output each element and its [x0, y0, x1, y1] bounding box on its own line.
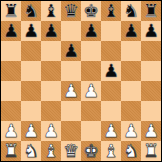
square-c4[interactable] [41, 81, 61, 101]
square-g1[interactable]: ♞ [121, 141, 141, 161]
square-e1[interactable]: ♚ [81, 141, 101, 161]
square-g7[interactable]: ♟ [121, 21, 141, 41]
square-d4[interactable]: ♟ [61, 81, 81, 101]
square-b6[interactable] [21, 41, 41, 61]
square-d7[interactable] [61, 21, 81, 41]
square-a4[interactable] [1, 81, 21, 101]
square-c7[interactable]: ♟ [41, 21, 61, 41]
square-h6[interactable] [141, 41, 161, 61]
black-pawn-piece: ♟ [123, 22, 139, 40]
white-rook-piece: ♜ [3, 142, 19, 160]
square-c8[interactable]: ♝ [41, 1, 61, 21]
square-d1[interactable]: ♛ [61, 141, 81, 161]
white-knight-piece: ♞ [123, 142, 139, 160]
square-b5[interactable] [21, 61, 41, 81]
square-f8[interactable]: ♝ [101, 1, 121, 21]
square-c5[interactable] [41, 61, 61, 81]
black-pawn-piece: ♟ [43, 22, 59, 40]
black-king-piece: ♚ [83, 2, 99, 20]
square-f5[interactable]: ♟ [101, 61, 121, 81]
square-d6[interactable]: ♟ [61, 41, 81, 61]
square-a6[interactable] [1, 41, 21, 61]
square-h7[interactable]: ♟ [141, 21, 161, 41]
square-b1[interactable]: ♞ [21, 141, 41, 161]
square-a7[interactable]: ♟ [1, 21, 21, 41]
black-pawn-piece: ♟ [63, 42, 79, 60]
black-bishop-piece: ♝ [103, 2, 119, 20]
black-queen-piece: ♛ [63, 2, 79, 20]
square-f1[interactable]: ♝ [101, 141, 121, 161]
square-e4[interactable]: ♟ [81, 81, 101, 101]
square-e8[interactable]: ♚ [81, 1, 101, 21]
square-a3[interactable] [1, 101, 21, 121]
black-bishop-piece: ♝ [43, 2, 59, 20]
white-pawn-piece: ♟ [3, 122, 19, 140]
square-a1[interactable]: ♜ [1, 141, 21, 161]
square-b7[interactable]: ♟ [21, 21, 41, 41]
square-a5[interactable] [1, 61, 21, 81]
square-d3[interactable] [61, 101, 81, 121]
square-c1[interactable]: ♝ [41, 141, 61, 161]
black-pawn-piece: ♟ [83, 22, 99, 40]
square-f6[interactable] [101, 41, 121, 61]
white-queen-piece: ♛ [63, 142, 79, 160]
white-pawn-piece: ♟ [143, 122, 159, 140]
black-pawn-piece: ♟ [103, 62, 119, 80]
square-a2[interactable]: ♟ [1, 121, 21, 141]
square-g3[interactable] [121, 101, 141, 121]
square-c2[interactable]: ♟ [41, 121, 61, 141]
square-g2[interactable]: ♟ [121, 121, 141, 141]
square-g6[interactable] [121, 41, 141, 61]
square-g5[interactable] [121, 61, 141, 81]
square-h1[interactable]: ♜ [141, 141, 161, 161]
square-a8[interactable]: ♜ [1, 1, 21, 21]
square-c6[interactable] [41, 41, 61, 61]
black-rook-piece: ♜ [143, 2, 159, 20]
square-d8[interactable]: ♛ [61, 1, 81, 21]
square-b3[interactable] [21, 101, 41, 121]
square-h5[interactable] [141, 61, 161, 81]
black-pawn-piece: ♟ [143, 22, 159, 40]
white-pawn-piece: ♟ [23, 122, 39, 140]
white-pawn-piece: ♟ [123, 122, 139, 140]
black-pawn-piece: ♟ [3, 22, 19, 40]
white-pawn-piece: ♟ [103, 122, 119, 140]
square-f3[interactable] [101, 101, 121, 121]
square-b2[interactable]: ♟ [21, 121, 41, 141]
square-e2[interactable] [81, 121, 101, 141]
square-b4[interactable] [21, 81, 41, 101]
white-rook-piece: ♜ [143, 142, 159, 160]
black-pawn-piece: ♟ [23, 22, 39, 40]
white-bishop-piece: ♝ [43, 142, 59, 160]
square-h4[interactable] [141, 81, 161, 101]
square-e5[interactable] [81, 61, 101, 81]
black-knight-piece: ♞ [23, 2, 39, 20]
square-f4[interactable] [101, 81, 121, 101]
black-rook-piece: ♜ [3, 2, 19, 20]
square-e3[interactable] [81, 101, 101, 121]
white-knight-piece: ♞ [23, 142, 39, 160]
square-g8[interactable]: ♞ [121, 1, 141, 21]
white-pawn-piece: ♟ [63, 82, 79, 100]
white-pawn-piece: ♟ [43, 122, 59, 140]
square-g4[interactable] [121, 81, 141, 101]
square-e7[interactable]: ♟ [81, 21, 101, 41]
white-bishop-piece: ♝ [103, 142, 119, 160]
square-f7[interactable] [101, 21, 121, 41]
square-c3[interactable] [41, 101, 61, 121]
black-knight-piece: ♞ [123, 2, 139, 20]
square-h2[interactable]: ♟ [141, 121, 161, 141]
square-f2[interactable]: ♟ [101, 121, 121, 141]
chess-board: ♜♞♝♛♚♝♞♜♟♟♟♟♟♟♟♟♟♟♟♟♟♟♟♟♜♞♝♛♚♝♞♜ [0, 0, 162, 162]
square-h8[interactable]: ♜ [141, 1, 161, 21]
square-d2[interactable] [61, 121, 81, 141]
square-d5[interactable] [61, 61, 81, 81]
white-pawn-piece: ♟ [83, 82, 99, 100]
square-h3[interactable] [141, 101, 161, 121]
square-b8[interactable]: ♞ [21, 1, 41, 21]
white-king-piece: ♚ [83, 142, 99, 160]
square-e6[interactable] [81, 41, 101, 61]
